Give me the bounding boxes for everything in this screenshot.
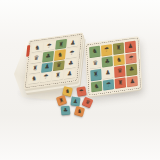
tile-icon: ♞: [92, 48, 98, 55]
tile-icon: ♜: [58, 97, 64, 104]
board-cell-olive[interactable]: ♣: [126, 64, 137, 76]
tile-icon: ♞: [116, 56, 122, 63]
tile-icon: ♟: [44, 63, 50, 70]
tile-icon: ♣: [129, 66, 135, 73]
board-cell-olive[interactable]: ♜: [113, 42, 124, 54]
tile-icon: ♜: [32, 65, 38, 72]
board-cell-blank[interactable]: ♞: [31, 42, 43, 53]
board-cell-blank[interactable]: ☂: [66, 48, 78, 59]
board-cell-teal[interactable]: ♜: [90, 69, 101, 81]
board-cell-yellow[interactable]: ♞: [54, 49, 66, 60]
tile-icon: ♞: [31, 75, 37, 82]
board-cell-teal[interactable]: ☂: [103, 79, 114, 91]
board-cell-green[interactable]: ♣: [42, 51, 54, 62]
board-cell-green[interactable]: ♞: [91, 80, 102, 92]
board-cell-blank[interactable]: ♟: [64, 69, 76, 80]
board-cell-blank[interactable]: ♜: [29, 63, 41, 74]
board-cell-blank[interactable]: ♛: [90, 57, 101, 69]
tile-icon: ♣: [104, 58, 110, 65]
challenge-card-grid: ♞☂♜♟♛♣♞☂♜♟♛♣♞☂♜♟: [28, 37, 79, 85]
board-cell-red[interactable]: ♛: [114, 65, 125, 77]
tile-icon: ☂: [43, 74, 49, 81]
play-board: ♞☂♜♟♛♣♞☂♜♟♛♣♞☂♜♟: [85, 36, 142, 97]
tile-icon: ☂: [46, 42, 52, 49]
board-cell-blank[interactable]: ♣: [65, 58, 77, 69]
board-cell-teal[interactable]: ♟: [41, 62, 53, 73]
tile-icon: ☂: [128, 54, 134, 61]
tile-icon: ☂: [79, 88, 85, 94]
board-cell-yellow[interactable]: ♞: [113, 54, 124, 66]
board-cell-blank[interactable]: ☂: [43, 41, 55, 52]
loose-tile[interactable]: ☂: [76, 86, 86, 96]
tile-icon: ♜: [55, 72, 61, 79]
board-cell-green[interactable]: ♣: [102, 56, 113, 68]
tile-icon: ♜: [116, 44, 122, 51]
tile-icon: ♜: [117, 79, 123, 86]
tile-icon: ♞: [34, 44, 40, 51]
tile-icon: ♞: [76, 108, 82, 115]
loose-tile[interactable]: ♣: [61, 106, 71, 116]
tile-icon: ♣: [68, 60, 74, 67]
tile-icon: ♞: [94, 82, 100, 89]
tile-icon: ♟: [105, 69, 111, 76]
tile-icon: ♣: [63, 108, 68, 114]
board-cell-yellow[interactable]: ☂: [101, 44, 112, 56]
tile-icon: ♟: [67, 70, 73, 77]
loose-tile[interactable]: ♛: [82, 97, 94, 109]
play-board-grid: ♞☂♜♟♛♣♞☂♜♟♛♣♞☂♜♟: [89, 41, 138, 93]
tile-icon: ♛: [56, 61, 62, 68]
board-cell-salmon[interactable]: ☂: [125, 52, 136, 64]
tile-icon: ☂: [69, 49, 75, 56]
tile-icon: ♜: [58, 40, 64, 47]
tile-icon: ♛: [117, 68, 123, 75]
tile-icon: ☂: [104, 46, 110, 53]
board-cell-red[interactable]: ♟: [125, 41, 136, 53]
card-red-stripe: [26, 45, 30, 57]
board-cell-blank[interactable]: ♟: [67, 37, 79, 48]
tile-icon: ♣: [45, 53, 51, 60]
tile-icon: ♜: [93, 71, 99, 78]
tile-icon: ♟: [129, 77, 135, 84]
board-cell-salmon[interactable]: ♟: [127, 75, 138, 87]
tile-icon: ♛: [84, 99, 91, 106]
board-cell-olive[interactable]: ♛: [53, 60, 65, 71]
tile-icon: ♛: [93, 59, 99, 66]
board-cell-blank[interactable]: ♞: [28, 74, 40, 85]
tile-icon: ♟: [73, 98, 79, 104]
loose-tile[interactable]: ♟: [70, 96, 80, 106]
tile-icon: ♞: [64, 88, 70, 95]
tile-icon: ☂: [106, 81, 112, 88]
product-photo-scene: ♞☂♜♟♛♣♞☂♜♟♛♣♞☂♜♟ ♞☂♜♟♛♣♞☂♜♟♛♣♞☂♜♟ ♞ ☂ ♜ …: [0, 0, 160, 160]
board-cell-blank[interactable]: ♜: [52, 70, 64, 81]
board-cell-blank[interactable]: ♛: [30, 53, 42, 64]
board-cell-red[interactable]: ♜: [115, 77, 126, 89]
board-cell-blank[interactable]: ☂: [40, 72, 52, 83]
challenge-card: ♞☂♜♟♛♣♞☂♜♟♛♣♞☂♜♟: [24, 33, 84, 90]
loose-tile[interactable]: ♞: [74, 106, 85, 117]
tile-icon: ♟: [128, 43, 134, 50]
tile-icon: ♟: [70, 39, 76, 46]
tile-icon: ♞: [57, 51, 63, 58]
board-cell-green[interactable]: ♞: [89, 46, 100, 58]
board-cell-green[interactable]: ♜: [55, 39, 67, 50]
tile-icon: ♛: [33, 54, 39, 61]
board-cell-blank[interactable]: ♟: [102, 67, 113, 79]
